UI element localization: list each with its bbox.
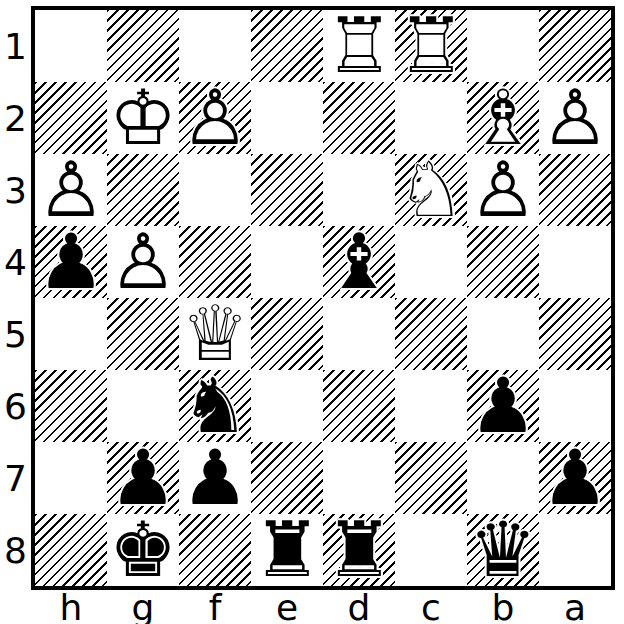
square-h3[interactable]: ♟♙ bbox=[35, 154, 107, 226]
piece-black-pawn[interactable]: ♟♟ bbox=[179, 442, 251, 514]
file-label-e: e bbox=[251, 591, 323, 624]
square-b1[interactable] bbox=[467, 10, 539, 82]
piece-black-pawn[interactable]: ♟♟ bbox=[467, 370, 539, 442]
square-b8[interactable]: ♛♛ bbox=[467, 514, 539, 586]
piece-glyph: ♙ bbox=[179, 82, 251, 154]
square-a8[interactable] bbox=[539, 514, 611, 586]
square-a7[interactable]: ♟♟ bbox=[539, 442, 611, 514]
file-labels: hgfedcba bbox=[35, 591, 611, 624]
square-e7[interactable] bbox=[251, 442, 323, 514]
piece-glyph: ♞ bbox=[179, 370, 251, 442]
piece-white-king[interactable]: ♚♔ bbox=[107, 82, 179, 154]
square-e2[interactable] bbox=[251, 82, 323, 154]
square-e3[interactable] bbox=[251, 154, 323, 226]
square-b3[interactable]: ♟♙ bbox=[467, 154, 539, 226]
chess-diagram: 12345678 ♜♖♜♖♚♔♟♙♝♗♟♙♟♙♞♘♟♙♟♟♟♙♝♝♛♕♞♞♟♟♟… bbox=[0, 0, 624, 624]
square-c1[interactable]: ♜♖ bbox=[395, 10, 467, 82]
piece-black-rook[interactable]: ♜♜ bbox=[251, 514, 323, 586]
square-g6[interactable] bbox=[107, 370, 179, 442]
square-d5[interactable] bbox=[323, 298, 395, 370]
piece-glyph: ♙ bbox=[539, 82, 611, 154]
square-h8[interactable] bbox=[35, 514, 107, 586]
piece-black-pawn[interactable]: ♟♟ bbox=[539, 442, 611, 514]
piece-white-knight[interactable]: ♞♘ bbox=[395, 154, 467, 226]
square-a1[interactable] bbox=[539, 10, 611, 82]
square-g4[interactable]: ♟♙ bbox=[107, 226, 179, 298]
piece-glyph: ♛ bbox=[467, 514, 539, 586]
square-f7[interactable]: ♟♟ bbox=[179, 442, 251, 514]
square-g5[interactable] bbox=[107, 298, 179, 370]
square-b2[interactable]: ♝♗ bbox=[467, 82, 539, 154]
rank-label-6: 6 bbox=[0, 370, 31, 442]
piece-black-knight[interactable]: ♞♞ bbox=[179, 370, 251, 442]
square-e6[interactable] bbox=[251, 370, 323, 442]
piece-black-bishop[interactable]: ♝♝ bbox=[323, 226, 395, 298]
piece-glyph: ♟ bbox=[539, 442, 611, 514]
file-label-b: b bbox=[467, 591, 539, 624]
piece-black-rook[interactable]: ♜♜ bbox=[323, 514, 395, 586]
piece-white-pawn[interactable]: ♟♙ bbox=[179, 82, 251, 154]
rank-label-7: 7 bbox=[0, 442, 31, 514]
square-c2[interactable] bbox=[395, 82, 467, 154]
piece-black-queen[interactable]: ♛♛ bbox=[467, 514, 539, 586]
piece-glyph: ♗ bbox=[467, 82, 539, 154]
piece-white-pawn[interactable]: ♟♙ bbox=[35, 154, 107, 226]
square-e8[interactable]: ♜♜ bbox=[251, 514, 323, 586]
square-f8[interactable] bbox=[179, 514, 251, 586]
square-f6[interactable]: ♞♞ bbox=[179, 370, 251, 442]
piece-glyph: ♚ bbox=[107, 514, 179, 586]
rank-label-8: 8 bbox=[0, 514, 31, 586]
rank-labels: 12345678 bbox=[0, 10, 31, 586]
piece-glyph: ♜ bbox=[323, 514, 395, 586]
piece-glyph: ♙ bbox=[35, 154, 107, 226]
square-b7[interactable] bbox=[467, 442, 539, 514]
piece-glyph: ♖ bbox=[323, 10, 395, 82]
square-d2[interactable] bbox=[323, 82, 395, 154]
rank-label-3: 3 bbox=[0, 154, 31, 226]
square-e1[interactable] bbox=[251, 10, 323, 82]
square-e4[interactable] bbox=[251, 226, 323, 298]
square-g2[interactable]: ♚♔ bbox=[107, 82, 179, 154]
file-label-c: c bbox=[395, 591, 467, 624]
square-a4[interactable] bbox=[539, 226, 611, 298]
square-g7[interactable]: ♟♟ bbox=[107, 442, 179, 514]
square-d6[interactable] bbox=[323, 370, 395, 442]
square-b5[interactable] bbox=[467, 298, 539, 370]
file-label-h: h bbox=[35, 591, 107, 624]
square-h2[interactable] bbox=[35, 82, 107, 154]
rank-label-5: 5 bbox=[0, 298, 31, 370]
piece-black-pawn[interactable]: ♟♟ bbox=[35, 226, 107, 298]
square-a3[interactable] bbox=[539, 154, 611, 226]
piece-glyph: ♟ bbox=[179, 442, 251, 514]
square-d3[interactable] bbox=[323, 154, 395, 226]
piece-glyph: ♔ bbox=[107, 82, 179, 154]
rank-label-2: 2 bbox=[0, 82, 31, 154]
square-g1[interactable] bbox=[107, 10, 179, 82]
square-a6[interactable] bbox=[539, 370, 611, 442]
square-c4[interactable] bbox=[395, 226, 467, 298]
square-g8[interactable]: ♚♚ bbox=[107, 514, 179, 586]
file-label-a: a bbox=[539, 591, 611, 624]
square-h7[interactable] bbox=[35, 442, 107, 514]
square-h4[interactable]: ♟♟ bbox=[35, 226, 107, 298]
square-d4[interactable]: ♝♝ bbox=[323, 226, 395, 298]
piece-glyph: ♟ bbox=[467, 370, 539, 442]
piece-black-pawn[interactable]: ♟♟ bbox=[107, 442, 179, 514]
piece-white-pawn[interactable]: ♟♙ bbox=[107, 226, 179, 298]
square-f5[interactable]: ♛♕ bbox=[179, 298, 251, 370]
piece-glyph: ♘ bbox=[395, 154, 467, 226]
piece-glyph: ♟ bbox=[107, 442, 179, 514]
square-c3[interactable]: ♞♘ bbox=[395, 154, 467, 226]
piece-white-bishop[interactable]: ♝♗ bbox=[467, 82, 539, 154]
square-d1[interactable]: ♜♖ bbox=[323, 10, 395, 82]
square-c8[interactable] bbox=[395, 514, 467, 586]
chess-board: ♜♖♜♖♚♔♟♙♝♗♟♙♟♙♞♘♟♙♟♟♟♙♝♝♛♕♞♞♟♟♟♟♟♟♟♟♚♚♜♜… bbox=[31, 6, 615, 590]
square-a2[interactable]: ♟♙ bbox=[539, 82, 611, 154]
square-f4[interactable] bbox=[179, 226, 251, 298]
rank-label-4: 4 bbox=[0, 226, 31, 298]
piece-white-pawn[interactable]: ♟♙ bbox=[467, 154, 539, 226]
square-d7[interactable] bbox=[323, 442, 395, 514]
piece-white-pawn[interactable]: ♟♙ bbox=[539, 82, 611, 154]
piece-glyph: ♕ bbox=[179, 298, 251, 370]
square-f1[interactable] bbox=[179, 10, 251, 82]
piece-glyph: ♙ bbox=[467, 154, 539, 226]
rank-label-1: 1 bbox=[0, 10, 31, 82]
piece-glyph: ♙ bbox=[107, 226, 179, 298]
square-e5[interactable] bbox=[251, 298, 323, 370]
file-label-g: g bbox=[107, 591, 179, 624]
piece-white-rook[interactable]: ♜♖ bbox=[323, 10, 395, 82]
square-g3[interactable] bbox=[107, 154, 179, 226]
piece-glyph: ♖ bbox=[395, 10, 467, 82]
file-label-d: d bbox=[323, 591, 395, 624]
piece-black-king[interactable]: ♚♚ bbox=[107, 514, 179, 586]
square-c7[interactable] bbox=[395, 442, 467, 514]
piece-glyph: ♟ bbox=[35, 226, 107, 298]
square-b6[interactable]: ♟♟ bbox=[467, 370, 539, 442]
square-h1[interactable] bbox=[35, 10, 107, 82]
square-f2[interactable]: ♟♙ bbox=[179, 82, 251, 154]
square-d8[interactable]: ♜♜ bbox=[323, 514, 395, 586]
square-f3[interactable] bbox=[179, 154, 251, 226]
square-b4[interactable] bbox=[467, 226, 539, 298]
file-label-f: f bbox=[179, 591, 251, 624]
piece-white-queen[interactable]: ♛♕ bbox=[179, 298, 251, 370]
piece-glyph: ♜ bbox=[251, 514, 323, 586]
piece-glyph: ♝ bbox=[323, 226, 395, 298]
square-h5[interactable] bbox=[35, 298, 107, 370]
square-a5[interactable] bbox=[539, 298, 611, 370]
square-c6[interactable] bbox=[395, 370, 467, 442]
square-h6[interactable] bbox=[35, 370, 107, 442]
piece-white-rook[interactable]: ♜♖ bbox=[395, 10, 467, 82]
square-c5[interactable] bbox=[395, 298, 467, 370]
